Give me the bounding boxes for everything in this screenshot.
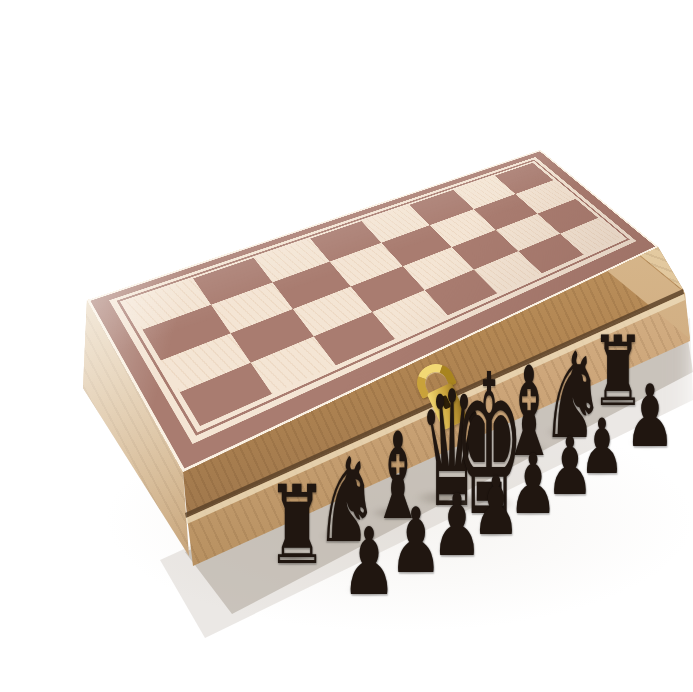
black-rook-1: ♜ — [267, 471, 328, 580]
black-pawn-2: ♟ — [389, 496, 442, 586]
black-pawn-8: ♟ — [625, 373, 676, 459]
chess-pieces-group: ♜♞♟♝♟♟♛♚♟♝♟♞♟♜♟♟ — [0, 0, 693, 692]
product-photo-scene: ♜♞♟♝♟♟♛♚♟♝♟♞♟♜♟♟ — [0, 0, 693, 692]
black-pawn-1: ♟ — [341, 516, 396, 609]
